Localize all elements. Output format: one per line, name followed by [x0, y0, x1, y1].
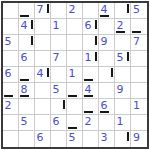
cell-r8c5[interactable]	[67, 115, 83, 131]
cell-r4c6[interactable]: 1	[83, 51, 99, 67]
cell-r9c3[interactable]: 6	[35, 131, 51, 147]
cell-r8c7[interactable]	[99, 115, 115, 131]
cell-r8c2[interactable]: 5	[19, 115, 35, 131]
cell-r8c4[interactable]: 6	[51, 115, 67, 131]
cell-r2c3[interactable]	[35, 19, 51, 35]
cell-r5c3[interactable]: 4	[35, 67, 51, 83]
cell-r4c8[interactable]: 5	[115, 51, 131, 67]
cell-r9c5[interactable]: 5	[67, 131, 83, 147]
cell-r6c2[interactable]: 8	[19, 83, 35, 99]
cell-r4c9[interactable]	[131, 51, 147, 67]
cell-r4c5[interactable]	[67, 51, 83, 67]
cell-r3c5[interactable]	[67, 35, 83, 51]
cell-r6c4[interactable]: 5	[51, 83, 67, 99]
cell-r2c5[interactable]	[67, 19, 83, 35]
cell-r9c4[interactable]	[51, 131, 67, 147]
cell-r7c7[interactable]: 6	[99, 99, 115, 115]
cell-r5c7[interactable]	[99, 67, 115, 83]
cell-r6c1[interactable]	[3, 83, 19, 99]
cell-r9c1[interactable]	[3, 131, 19, 147]
cell-r3c6[interactable]	[83, 35, 99, 51]
cell-r4c2[interactable]: 6	[19, 51, 35, 67]
cell-r3c9[interactable]: 7	[131, 35, 147, 51]
cell-r5c4[interactable]	[51, 67, 67, 83]
cell-r2c1[interactable]	[3, 19, 19, 35]
cell-r7c5[interactable]	[67, 99, 83, 115]
cell-r6c3[interactable]	[35, 83, 51, 99]
cell-r4c4[interactable]: 7	[51, 51, 67, 67]
cell-r3c7[interactable]: 9	[99, 35, 115, 51]
cell-r3c4[interactable]	[51, 35, 67, 51]
cell-r3c8[interactable]	[115, 35, 131, 51]
cell-r9c6[interactable]	[83, 131, 99, 147]
cell-r4c7[interactable]	[99, 51, 115, 67]
cell-r6c8[interactable]: 9	[115, 83, 131, 99]
cell-r4c3[interactable]	[35, 51, 51, 67]
cell-r7c8[interactable]	[115, 99, 131, 115]
cell-r8c6[interactable]: 2	[83, 115, 99, 131]
cell-r8c3[interactable]	[35, 115, 51, 131]
cell-r1c1[interactable]	[3, 3, 19, 19]
cell-r6c7[interactable]	[99, 83, 115, 99]
cell-r7c3[interactable]	[35, 99, 51, 115]
cell-r8c8[interactable]: 1	[115, 115, 131, 131]
cell-r8c1[interactable]	[3, 115, 19, 131]
cell-r5c9[interactable]	[131, 67, 147, 83]
cell-r7c9[interactable]: 1	[131, 99, 147, 115]
cell-r5c5[interactable]: 1	[67, 67, 83, 83]
cell-r7c1[interactable]: 2	[3, 99, 19, 115]
cell-r2c2[interactable]: 4	[19, 19, 35, 35]
cell-r2c7[interactable]	[99, 19, 115, 35]
cell-r7c6[interactable]	[83, 99, 99, 115]
sudoku-board: 724541625976715641854926156216539	[1, 1, 149, 149]
cell-r2c8[interactable]: 2	[115, 19, 131, 35]
cell-r2c9[interactable]	[131, 19, 147, 35]
cell-r6c9[interactable]	[131, 83, 147, 99]
cell-r7c2[interactable]	[19, 99, 35, 115]
cell-r9c7[interactable]: 3	[99, 131, 115, 147]
cell-r6c5[interactable]	[67, 83, 83, 99]
cell-r2c4[interactable]: 1	[51, 19, 67, 35]
cell-r9c9[interactable]: 9	[131, 131, 147, 147]
cell-r4c1[interactable]	[3, 51, 19, 67]
cell-r6c6[interactable]: 4	[83, 83, 99, 99]
cell-r3c3[interactable]	[35, 35, 51, 51]
cell-r8c9[interactable]	[131, 115, 147, 131]
cell-r5c6[interactable]	[83, 67, 99, 83]
cell-r1c7[interactable]: 4	[99, 3, 115, 19]
cell-r9c2[interactable]	[19, 131, 35, 147]
cell-r1c8[interactable]	[115, 3, 131, 19]
cell-r3c2[interactable]	[19, 35, 35, 51]
cell-r1c6[interactable]	[83, 3, 99, 19]
cell-r9c8[interactable]	[115, 131, 131, 147]
cell-r1c3[interactable]: 7	[35, 3, 51, 19]
cell-r1c2[interactable]	[19, 3, 35, 19]
cell-r3c1[interactable]: 5	[3, 35, 19, 51]
cell-r1c4[interactable]	[51, 3, 67, 19]
cell-r5c2[interactable]	[19, 67, 35, 83]
cell-r5c8[interactable]	[115, 67, 131, 83]
cell-r7c4[interactable]	[51, 99, 67, 115]
cell-r1c5[interactable]: 2	[67, 3, 83, 19]
cell-r1c9[interactable]: 5	[131, 3, 147, 19]
cell-r2c6[interactable]: 6	[83, 19, 99, 35]
sudoku-grid: 724541625976715641854926156216539	[3, 3, 147, 147]
cell-r5c1[interactable]: 6	[3, 67, 19, 83]
